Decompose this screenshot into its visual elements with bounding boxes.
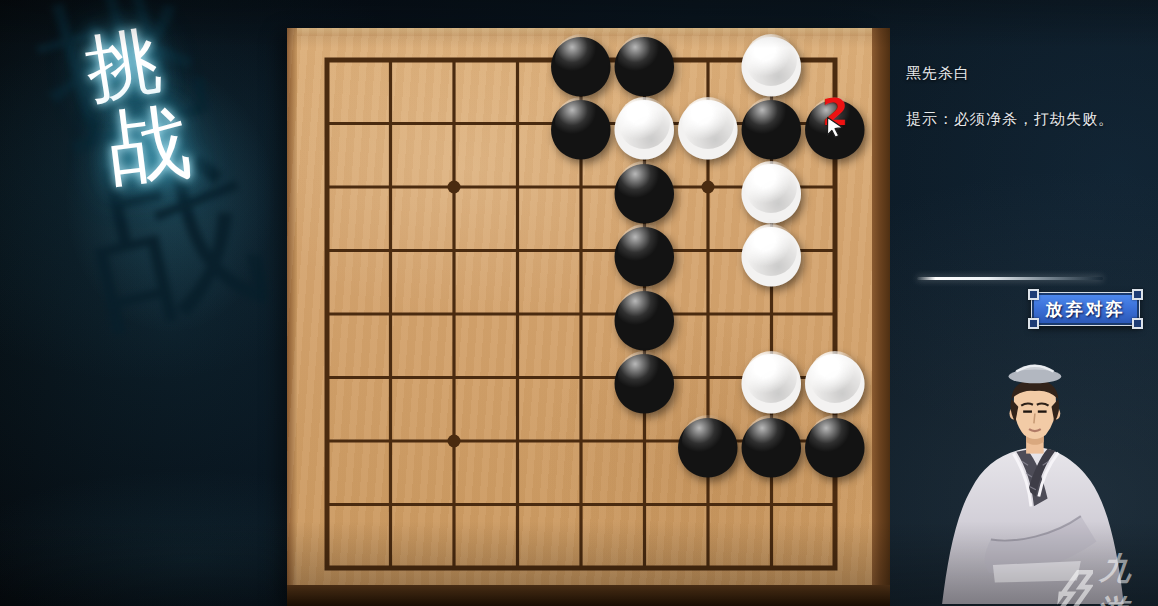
board-point[interactable] — [676, 155, 740, 219]
board-grid[interactable]: ●●●●●●●●2●●●●●●●●●●● — [295, 28, 867, 600]
board-point[interactable] — [422, 409, 486, 473]
board-point[interactable] — [803, 473, 867, 537]
board-point[interactable] — [359, 155, 423, 219]
board-point[interactable] — [422, 473, 486, 537]
black-stone: ● — [742, 412, 800, 470]
board-point[interactable] — [613, 409, 677, 473]
board-point[interactable]: ● — [549, 92, 613, 156]
board-point[interactable]: ●2 — [803, 92, 867, 156]
board-point[interactable] — [422, 346, 486, 410]
board-point[interactable]: ● — [676, 409, 740, 473]
board-point[interactable] — [486, 346, 550, 410]
board-point[interactable] — [486, 92, 550, 156]
board-point[interactable] — [549, 219, 613, 283]
white-stone: ● — [742, 221, 800, 279]
board-point[interactable] — [295, 92, 359, 156]
board-front-face — [287, 585, 890, 606]
board-point[interactable] — [676, 473, 740, 537]
game-screen: 挑 战 挑 战 ●●●●●●●●2●●●●●●●●●●● 黑先杀白 提示：必须净… — [0, 0, 1158, 606]
board-point[interactable] — [295, 409, 359, 473]
black-stone: ● — [679, 412, 737, 470]
black-stone: ● — [552, 94, 610, 152]
corner-ornament — [1132, 318, 1143, 329]
board-point[interactable] — [549, 346, 613, 410]
corner-ornament — [1132, 289, 1143, 300]
corner-ornament — [1028, 289, 1039, 300]
corner-ornament — [1028, 318, 1039, 329]
board-point[interactable]: ● — [613, 346, 677, 410]
board-point[interactable] — [359, 92, 423, 156]
board-point[interactable] — [486, 409, 550, 473]
board-point[interactable] — [422, 219, 486, 283]
board-point[interactable] — [422, 282, 486, 346]
board-point[interactable] — [486, 28, 550, 92]
board-point[interactable] — [676, 219, 740, 283]
white-stone: ● — [679, 94, 737, 152]
problem-hint: 提示：必须净杀，打劫失败。 — [906, 110, 1114, 129]
board-point[interactable] — [359, 409, 423, 473]
board-point[interactable] — [613, 473, 677, 537]
board-point[interactable] — [486, 219, 550, 283]
resign-button[interactable]: 放弃对弈 — [1031, 292, 1140, 326]
challenge-calligraphy-bottom: 战 — [103, 99, 194, 190]
board-point[interactable] — [803, 155, 867, 219]
board-point[interactable] — [295, 282, 359, 346]
problem-headline: 黑先杀白 — [906, 64, 970, 83]
board-point[interactable] — [803, 219, 867, 283]
board-right-side-face — [872, 28, 890, 606]
board-point[interactable] — [549, 155, 613, 219]
board-point[interactable] — [422, 28, 486, 92]
jiuyou-watermark: 九游 — [1056, 548, 1158, 606]
board-point[interactable] — [359, 473, 423, 537]
resign-button-label: 放弃对弈 — [1046, 298, 1126, 321]
black-stone: ● — [615, 348, 673, 406]
board-point[interactable]: ● — [676, 92, 740, 156]
black-stone: ● — [806, 412, 864, 470]
board-point[interactable] — [486, 473, 550, 537]
board-point[interactable] — [295, 346, 359, 410]
challenge-calligraphy-top: 挑 — [81, 23, 166, 108]
board-point[interactable] — [295, 155, 359, 219]
mouse-cursor-icon — [823, 114, 846, 140]
board-point[interactable] — [486, 155, 550, 219]
board-point[interactable] — [486, 282, 550, 346]
board-point[interactable] — [740, 473, 804, 537]
board-point[interactable] — [549, 473, 613, 537]
board-point[interactable] — [359, 346, 423, 410]
board-point[interactable] — [359, 282, 423, 346]
jiuyou-logo-icon — [1056, 567, 1093, 606]
go-board[interactable]: ●●●●●●●●2●●●●●●●●●●● — [287, 28, 872, 606]
board-point[interactable] — [295, 28, 359, 92]
board-point[interactable] — [359, 219, 423, 283]
board-point[interactable]: ● — [803, 409, 867, 473]
board-point[interactable] — [676, 282, 740, 346]
board-point[interactable] — [549, 282, 613, 346]
board-point[interactable] — [422, 155, 486, 219]
board-point[interactable]: ● — [740, 219, 804, 283]
board-point[interactable] — [549, 409, 613, 473]
board-point[interactable] — [295, 473, 359, 537]
board-point[interactable]: ● — [740, 409, 804, 473]
board-point[interactable] — [359, 28, 423, 92]
board-point[interactable] — [295, 219, 359, 283]
watermark-text: 九游 — [1094, 548, 1158, 606]
board-point[interactable] — [422, 92, 486, 156]
section-divider — [917, 277, 1103, 280]
